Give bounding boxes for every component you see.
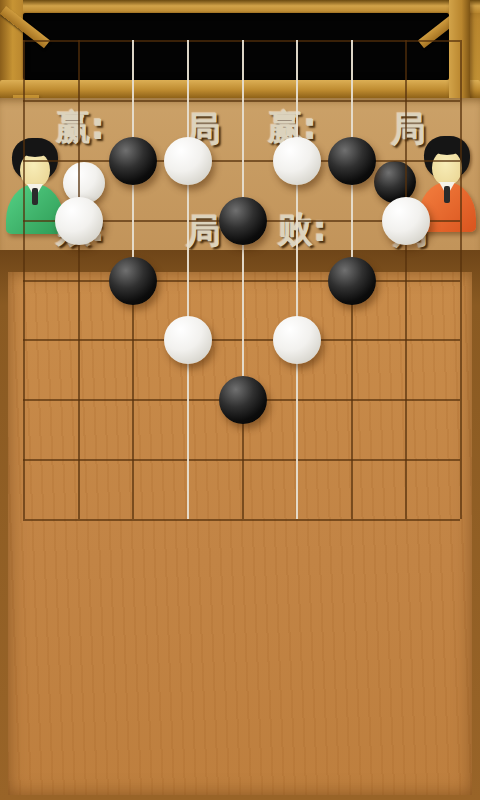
black-stone: [328, 257, 376, 305]
black-stone: [328, 137, 376, 185]
grid-vline: [78, 40, 80, 519]
board-grid: [0, 0, 480, 550]
black-stone: [219, 376, 267, 424]
white-stone: [273, 316, 321, 364]
grid-vline: [405, 40, 407, 519]
grid-vline-highlight: [296, 40, 298, 519]
gomoku-app-screen: 赢: 局 败: 局 赢: 局 败: 局: [0, 0, 480, 800]
white-stone: [164, 316, 212, 364]
grid-hline: [23, 519, 460, 521]
black-stone: [109, 257, 157, 305]
black-stone: [109, 137, 157, 185]
white-stone: [55, 197, 103, 245]
white-stone: [382, 197, 430, 245]
white-stone: [273, 137, 321, 185]
black-stone: [219, 197, 267, 245]
grid-vline: [460, 40, 462, 519]
white-stone: [164, 137, 212, 185]
grid-vline: [23, 40, 25, 519]
grid-vline-highlight: [187, 40, 189, 519]
